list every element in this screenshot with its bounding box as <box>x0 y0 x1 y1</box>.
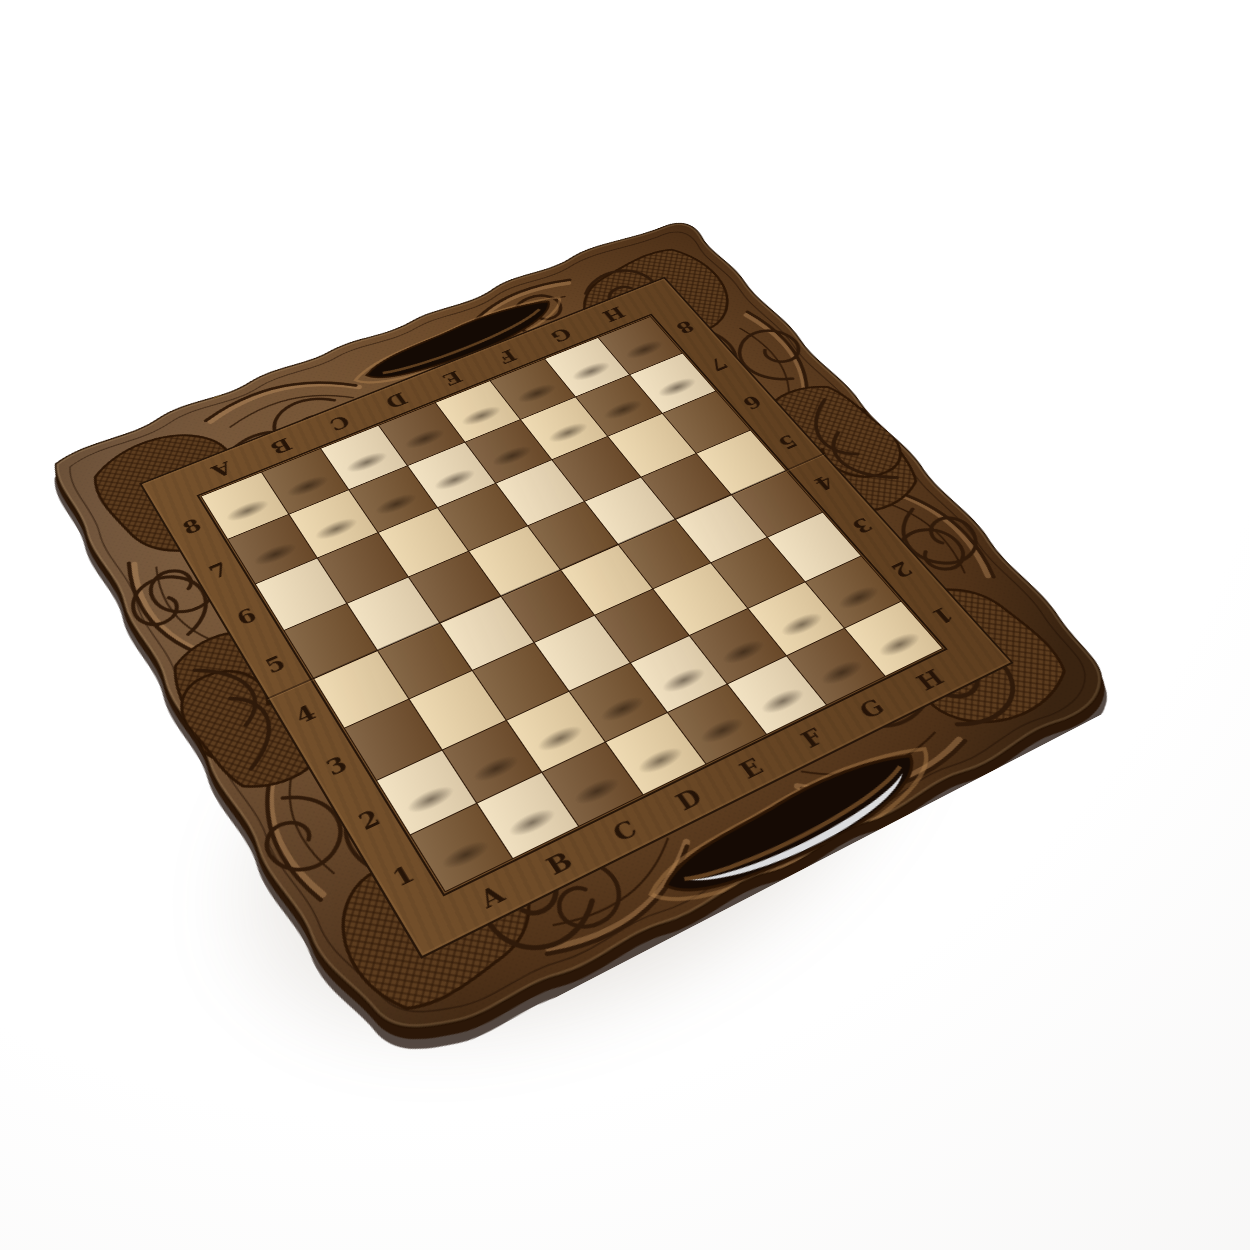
black-q-finial <box>422 275 429 285</box>
white-k-finial <box>719 527 726 548</box>
black-k-finial <box>479 238 485 256</box>
white-q-finial <box>657 573 665 584</box>
product-photo-scene: 8765432187654321ABCDEFGHABCDEFGH ♜♞♝♛♚♝♞… <box>0 0 1250 1250</box>
